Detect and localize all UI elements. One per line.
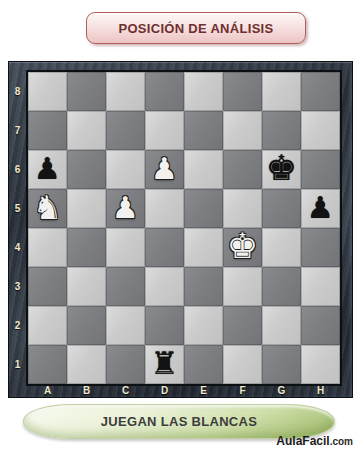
- square-c2[interactable]: [106, 306, 145, 345]
- square-g8[interactable]: [262, 72, 301, 111]
- square-g5[interactable]: [262, 189, 301, 228]
- rank-label-2: 2: [9, 306, 26, 345]
- rank-label-8: 8: [9, 72, 26, 111]
- file-labels: ABCDEFGH: [28, 383, 340, 398]
- square-e1[interactable]: [184, 345, 223, 384]
- square-d6[interactable]: ♟: [145, 150, 184, 189]
- square-d5[interactable]: [145, 189, 184, 228]
- white-pawn[interactable]: ♟: [151, 154, 178, 184]
- file-label-a: A: [28, 383, 67, 398]
- square-d2[interactable]: [145, 306, 184, 345]
- square-h7[interactable]: [301, 111, 340, 150]
- square-b6[interactable]: [67, 150, 106, 189]
- square-h2[interactable]: [301, 306, 340, 345]
- white-king[interactable]: ♚: [227, 229, 258, 264]
- black-pawn[interactable]: ♟: [34, 154, 61, 184]
- square-f7[interactable]: [223, 111, 262, 150]
- square-f2[interactable]: [223, 306, 262, 345]
- square-d3[interactable]: [145, 267, 184, 306]
- square-d7[interactable]: [145, 111, 184, 150]
- square-e4[interactable]: [184, 228, 223, 267]
- square-f6[interactable]: [223, 150, 262, 189]
- file-label-c: C: [106, 383, 145, 398]
- chess-board-frame: 87654321 ♟♟♚♞♟♟♚♜ ABCDEFGH: [8, 61, 353, 398]
- square-h5[interactable]: ♟: [301, 189, 340, 228]
- square-h8[interactable]: [301, 72, 340, 111]
- square-a7[interactable]: [28, 111, 67, 150]
- square-a4[interactable]: [28, 228, 67, 267]
- square-e7[interactable]: [184, 111, 223, 150]
- square-f3[interactable]: [223, 267, 262, 306]
- square-g3[interactable]: [262, 267, 301, 306]
- black-rook[interactable]: ♜: [151, 348, 179, 379]
- rank-label-1: 1: [9, 345, 26, 384]
- square-c4[interactable]: [106, 228, 145, 267]
- rank-label-4: 4: [9, 228, 26, 267]
- square-a2[interactable]: [28, 306, 67, 345]
- rank-label-3: 3: [9, 267, 26, 306]
- square-g1[interactable]: [262, 345, 301, 384]
- page: POSICIÓN DE ANÁLISIS 87654321 ♟♟♚♞♟♟♚♜ A…: [0, 0, 360, 449]
- square-c5[interactable]: ♟: [106, 189, 145, 228]
- square-f4[interactable]: ♚: [223, 228, 262, 267]
- bottom-banner-label: JUEGAN LAS BLANCAS: [101, 414, 257, 429]
- square-c3[interactable]: [106, 267, 145, 306]
- square-g6[interactable]: ♚: [262, 150, 301, 189]
- square-b3[interactable]: [67, 267, 106, 306]
- square-b5[interactable]: [67, 189, 106, 228]
- square-a3[interactable]: [28, 267, 67, 306]
- chess-board: ♟♟♚♞♟♟♚♜: [26, 70, 342, 386]
- rank-labels: 87654321: [9, 72, 26, 384]
- square-h3[interactable]: [301, 267, 340, 306]
- black-king[interactable]: ♚: [266, 151, 297, 186]
- square-a8[interactable]: [28, 72, 67, 111]
- square-e2[interactable]: [184, 306, 223, 345]
- square-d1[interactable]: ♜: [145, 345, 184, 384]
- square-b2[interactable]: [67, 306, 106, 345]
- file-label-b: B: [67, 383, 106, 398]
- square-g7[interactable]: [262, 111, 301, 150]
- square-f8[interactable]: [223, 72, 262, 111]
- square-c6[interactable]: [106, 150, 145, 189]
- square-f5[interactable]: [223, 189, 262, 228]
- square-h4[interactable]: [301, 228, 340, 267]
- square-b1[interactable]: [67, 345, 106, 384]
- square-b8[interactable]: [67, 72, 106, 111]
- file-label-d: D: [145, 383, 184, 398]
- square-c1[interactable]: [106, 345, 145, 384]
- file-label-e: E: [184, 383, 223, 398]
- square-e3[interactable]: [184, 267, 223, 306]
- top-banner: POSICIÓN DE ANÁLISIS: [86, 12, 306, 44]
- top-banner-label: POSICIÓN DE ANÁLISIS: [118, 21, 273, 36]
- square-d8[interactable]: [145, 72, 184, 111]
- square-e6[interactable]: [184, 150, 223, 189]
- square-b4[interactable]: [67, 228, 106, 267]
- square-g2[interactable]: [262, 306, 301, 345]
- white-pawn[interactable]: ♟: [112, 193, 139, 223]
- square-e5[interactable]: [184, 189, 223, 228]
- watermark-tld: .com: [330, 436, 353, 447]
- rank-label-5: 5: [9, 189, 26, 228]
- square-h1[interactable]: [301, 345, 340, 384]
- white-knight[interactable]: ♞: [33, 191, 63, 224]
- square-c7[interactable]: [106, 111, 145, 150]
- square-e8[interactable]: [184, 72, 223, 111]
- square-a1[interactable]: [28, 345, 67, 384]
- watermark: AulaFacil.com: [276, 431, 353, 449]
- square-g4[interactable]: [262, 228, 301, 267]
- file-label-f: F: [223, 383, 262, 398]
- black-pawn[interactable]: ♟: [307, 193, 334, 223]
- watermark-brand: AulaFacil: [276, 434, 329, 448]
- square-h6[interactable]: [301, 150, 340, 189]
- file-label-h: H: [301, 383, 340, 398]
- rank-label-6: 6: [9, 150, 26, 189]
- square-b7[interactable]: [67, 111, 106, 150]
- file-label-g: G: [262, 383, 301, 398]
- square-f1[interactable]: [223, 345, 262, 384]
- square-a5[interactable]: ♞: [28, 189, 67, 228]
- square-c8[interactable]: [106, 72, 145, 111]
- square-d4[interactable]: [145, 228, 184, 267]
- rank-label-7: 7: [9, 111, 26, 150]
- square-a6[interactable]: ♟: [28, 150, 67, 189]
